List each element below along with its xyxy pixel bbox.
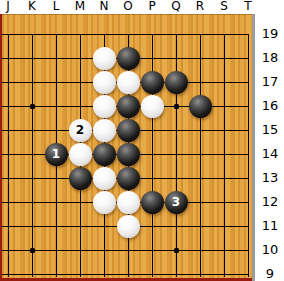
black-stone-L14-move-1[interactable]: 1 (45, 143, 68, 166)
row-label-16: 16 (256, 94, 284, 118)
black-stone-O14[interactable] (117, 143, 140, 166)
row-label-18: 18 (256, 46, 284, 70)
move-number-label: 1 (52, 148, 60, 160)
black-stone-R16[interactable] (189, 95, 212, 118)
column-label-O: O (116, 0, 140, 14)
grid-vline-T (248, 34, 249, 277)
white-stone-M15-move-2[interactable]: 2 (69, 119, 92, 142)
black-stone-N14[interactable] (93, 143, 116, 166)
go-board-screenshot: JKLMNOPQRST191817161514131211109 132 (0, 0, 284, 281)
white-stone-O17[interactable] (117, 71, 140, 94)
grid-vline-S (224, 34, 225, 277)
white-stone-N16[interactable] (93, 95, 116, 118)
black-stone-Q17[interactable] (165, 71, 188, 94)
star-point-Q16 (174, 104, 179, 109)
white-stone-N13[interactable] (93, 167, 116, 190)
grid-hline-10 (2, 250, 249, 251)
white-stone-N18[interactable] (93, 47, 116, 70)
black-stone-O18[interactable] (117, 47, 140, 70)
white-stone-O12[interactable] (117, 191, 140, 214)
row-label-19: 19 (256, 22, 284, 46)
grid-vline-K (32, 34, 33, 277)
white-stone-N17[interactable] (93, 71, 116, 94)
black-stone-Q12-move-3[interactable]: 3 (165, 191, 188, 214)
black-stone-P17[interactable] (141, 71, 164, 94)
white-stone-O11[interactable] (117, 215, 140, 238)
column-label-N: N (92, 0, 116, 14)
column-label-J: J (0, 0, 20, 14)
black-stone-M13[interactable] (69, 167, 92, 190)
row-label-9: 9 (256, 262, 284, 281)
star-point-K10 (30, 248, 35, 253)
grid-vline-R (200, 34, 201, 277)
column-label-T: T (236, 0, 260, 14)
black-stone-P12[interactable] (141, 191, 164, 214)
star-point-Q10 (174, 248, 179, 253)
white-stone-P16[interactable] (141, 95, 164, 118)
black-stone-O16[interactable] (117, 95, 140, 118)
row-label-14: 14 (256, 142, 284, 166)
column-label-L: L (44, 0, 68, 14)
white-stone-N12[interactable] (93, 191, 116, 214)
white-stone-N15[interactable] (93, 119, 116, 142)
row-label-17: 17 (256, 70, 284, 94)
black-stone-O13[interactable] (117, 167, 140, 190)
column-label-K: K (20, 0, 44, 14)
move-number-label: 2 (76, 124, 84, 136)
grid-hline-19 (2, 34, 249, 35)
row-label-13: 13 (256, 166, 284, 190)
row-label-15: 15 (256, 118, 284, 142)
column-label-R: R (188, 0, 212, 14)
column-label-M: M (68, 0, 92, 14)
column-label-S: S (212, 0, 236, 14)
row-label-12: 12 (256, 190, 284, 214)
column-label-P: P (140, 0, 164, 14)
black-stone-O15[interactable] (117, 119, 140, 142)
white-stone-M14[interactable] (69, 143, 92, 166)
row-label-10: 10 (256, 238, 284, 262)
board-edge-shadow (252, 14, 255, 281)
grid-hline-9 (2, 274, 249, 275)
star-point-K16 (30, 104, 35, 109)
grid-vline-J (8, 34, 9, 277)
move-number-label: 3 (172, 196, 180, 208)
column-label-Q: Q (164, 0, 188, 14)
row-label-11: 11 (256, 214, 284, 238)
